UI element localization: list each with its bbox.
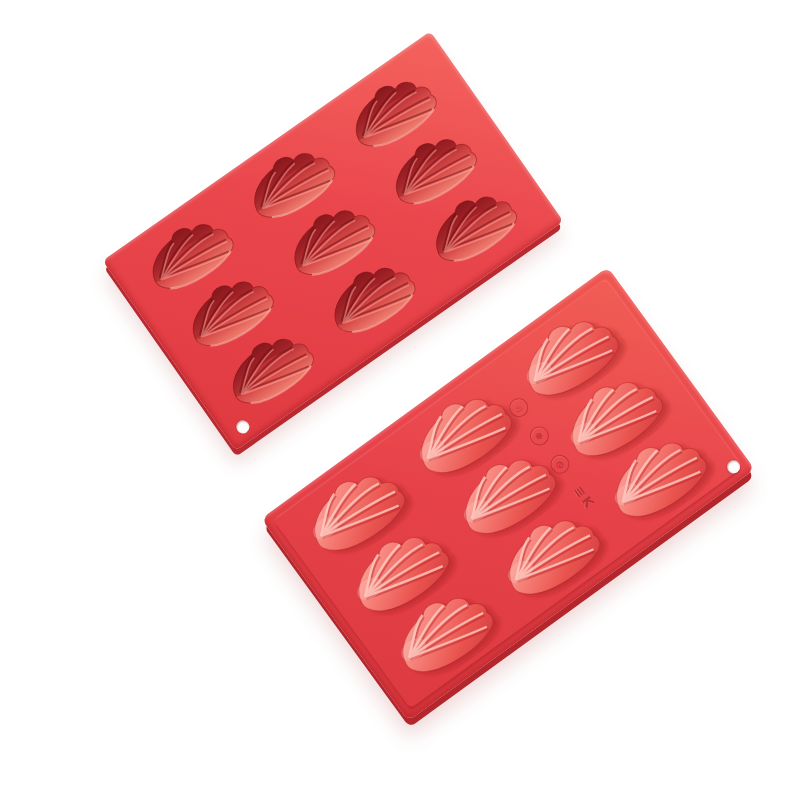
icon-glyph: ❄ — [533, 430, 546, 443]
product-photo: ♨ ❄ ⊘ ≡K — [0, 0, 800, 800]
icon-glyph: ⊘ — [553, 458, 566, 471]
icon-glyph: ♨ — [512, 401, 525, 414]
